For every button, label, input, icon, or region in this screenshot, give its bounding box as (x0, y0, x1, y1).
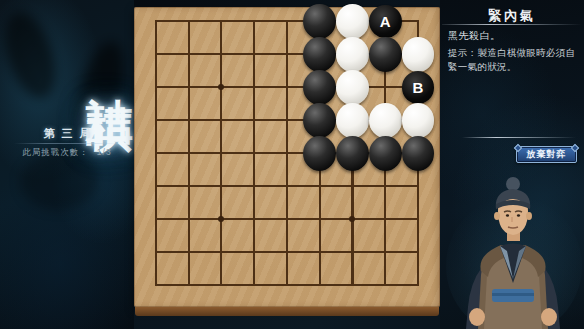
board-point-c2r8[interactable] (172, 236, 205, 269)
board-point-c5r6[interactable] (271, 170, 304, 203)
board-point-c4r6[interactable] (238, 170, 271, 203)
black-stone (303, 103, 336, 138)
board-point-c4r2[interactable] (238, 38, 271, 71)
board-point-c6r3[interactable] (303, 71, 336, 104)
board-point-c2r9[interactable] (172, 269, 205, 302)
white-stone (369, 103, 402, 138)
puzzle-title: 緊內氣 (440, 7, 584, 25)
board-point-c5r8[interactable] (271, 236, 304, 269)
board-point-c9r1[interactable] (402, 5, 435, 38)
board-point-c7r7[interactable] (336, 203, 369, 236)
black-stone (303, 70, 336, 105)
board-point-c3r2[interactable] (205, 38, 238, 71)
board-point-c7r3[interactable] (336, 71, 369, 104)
board-point-c8r9[interactable] (369, 269, 402, 302)
board-point-c3r8[interactable] (205, 236, 238, 269)
board-point-c6r1[interactable] (303, 5, 336, 38)
board-point-c9r4[interactable] (402, 104, 435, 137)
panel-divider (462, 137, 576, 138)
board-point-c9r5[interactable] (402, 137, 435, 170)
board-point-c7r2[interactable] (336, 38, 369, 71)
board-point-c6r6[interactable] (303, 170, 336, 203)
board-point-c7r8[interactable] (336, 236, 369, 269)
board-point-c2r7[interactable] (172, 203, 205, 236)
black-stone (303, 4, 336, 39)
board-grid: AB (140, 5, 435, 302)
black-stone (369, 37, 402, 72)
board-point-c4r9[interactable] (238, 269, 271, 302)
board-point-c6r7[interactable] (303, 203, 336, 236)
board-point-c2r1[interactable] (172, 5, 205, 38)
black-stone (369, 136, 402, 171)
board-point-c2r6[interactable] (172, 170, 205, 203)
board-point-c1r6[interactable] (140, 170, 173, 203)
board-point-c3r9[interactable] (205, 269, 238, 302)
board-point-c6r4[interactable] (303, 104, 336, 137)
board-point-c9r2[interactable] (402, 38, 435, 71)
board-point-c4r8[interactable] (238, 236, 271, 269)
star-point (349, 216, 355, 222)
board-point-c5r9[interactable] (271, 269, 304, 302)
npc-portrait (444, 171, 582, 329)
attempts-value: 1/3 (97, 147, 112, 159)
white-stone (402, 37, 435, 72)
board-point-c5r5[interactable] (271, 137, 304, 170)
board-point-c9r3[interactable]: B (402, 71, 435, 104)
board-point-c5r7[interactable] (271, 203, 304, 236)
board-point-c1r4[interactable] (140, 104, 173, 137)
board-point-c1r8[interactable] (140, 236, 173, 269)
move-option-marker-b[interactable]: B (402, 71, 435, 104)
board-point-c5r1[interactable] (271, 5, 304, 38)
board-point-c8r3[interactable] (369, 71, 402, 104)
board-point-c1r3[interactable] (140, 71, 173, 104)
board-point-c3r5[interactable] (205, 137, 238, 170)
board-point-c3r7[interactable] (205, 203, 238, 236)
board-point-c8r7[interactable] (369, 203, 402, 236)
board-point-c8r8[interactable] (369, 236, 402, 269)
board-point-c3r6[interactable] (205, 170, 238, 203)
panel-divider (442, 24, 582, 25)
board-point-c1r5[interactable] (140, 137, 173, 170)
black-stone (303, 37, 336, 72)
black-stone (402, 136, 435, 171)
black-stone (303, 136, 336, 171)
board-point-c4r3[interactable] (238, 71, 271, 104)
board-point-c3r1[interactable] (205, 5, 238, 38)
board-point-c7r5[interactable] (336, 137, 369, 170)
board-point-c9r8[interactable] (402, 236, 435, 269)
board-point-c2r3[interactable] (172, 71, 205, 104)
puzzle-objective: 黑先殺白。 (448, 29, 580, 43)
board-point-c6r5[interactable] (303, 137, 336, 170)
board-point-c5r2[interactable] (271, 38, 304, 71)
board-point-c2r4[interactable] (172, 104, 205, 137)
board-point-c5r3[interactable] (271, 71, 304, 104)
board-point-c8r4[interactable] (369, 104, 402, 137)
board-point-c2r2[interactable] (172, 38, 205, 71)
board-point-c4r4[interactable] (238, 104, 271, 137)
round-label: 第三局 (0, 126, 134, 141)
board-point-c7r6[interactable] (336, 170, 369, 203)
attempts-label: 此局挑戰次數： (22, 147, 89, 159)
board-point-c2r5[interactable] (172, 137, 205, 170)
star-point (218, 84, 224, 90)
white-stone (336, 4, 369, 39)
white-stone (336, 70, 369, 105)
star-point (218, 216, 224, 222)
board-point-c6r2[interactable] (303, 38, 336, 71)
board-point-c9r6[interactable] (402, 170, 435, 203)
board-point-c1r9[interactable] (140, 269, 173, 302)
board-point-c3r3[interactable] (205, 71, 238, 104)
board-point-c1r1[interactable] (140, 5, 173, 38)
board-point-c6r8[interactable] (303, 236, 336, 269)
board-point-c5r4[interactable] (271, 104, 304, 137)
board-point-c6r9[interactable] (303, 269, 336, 302)
puzzle-sidebar: 詰棋 第三局 此局挑戰次數： 1/3 (0, 0, 134, 329)
board-point-c1r7[interactable] (140, 203, 173, 236)
puzzle-hint: 提示：製造白棋做眼時必須自緊一氣的狀況。 (448, 46, 582, 74)
black-stone (336, 136, 369, 171)
go-board: AB (134, 7, 440, 316)
white-stone (336, 37, 369, 72)
board-point-c4r7[interactable] (238, 203, 271, 236)
board-point-c1r2[interactable] (140, 38, 173, 71)
board-point-c3r4[interactable] (205, 104, 238, 137)
board-point-c7r1[interactable] (336, 5, 369, 38)
board-point-c8r1[interactable]: A (369, 5, 402, 38)
board-point-c7r9[interactable] (336, 269, 369, 302)
board-point-c8r6[interactable] (369, 170, 402, 203)
board-point-c7r4[interactable] (336, 104, 369, 137)
board-point-c4r1[interactable] (238, 5, 271, 38)
puzzle-mode-title: 詰棋 (0, 6, 134, 130)
game-screen: 詰棋 第三局 此局挑戰次數： 1/3 AB 緊內氣 黑先殺白。 提示：製造白棋做… (0, 0, 584, 329)
board-point-c8r5[interactable] (369, 137, 402, 170)
white-stone (402, 103, 435, 138)
puzzle-info-panel: 緊內氣 黑先殺白。 提示：製造白棋做眼時必須自緊一氣的狀況。 放棄對弈 (440, 0, 584, 329)
move-option-marker-a[interactable]: A (369, 5, 402, 38)
board-point-c9r7[interactable] (402, 203, 435, 236)
board-point-c4r5[interactable] (238, 137, 271, 170)
board-point-c8r2[interactable] (369, 38, 402, 71)
board-wood-edge (135, 307, 439, 316)
sidebar-divider (14, 143, 120, 144)
resign-button[interactable]: 放棄對弈 (516, 146, 577, 163)
white-stone (336, 103, 369, 138)
attempts-row: 此局挑戰次數： 1/3 (0, 147, 134, 159)
board-point-c9r9[interactable] (402, 269, 435, 302)
